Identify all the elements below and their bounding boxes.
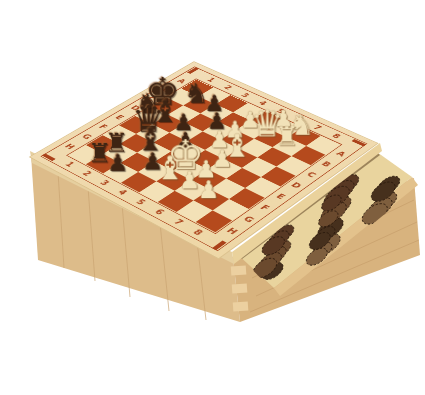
piece-white-rook[interactable]: ♜ bbox=[275, 123, 298, 149]
chess-box-photo: 12345678 12345678 ABCDEFGH ABCDEFGH ♟♞♞♟… bbox=[0, 0, 425, 395]
finger-joints bbox=[231, 265, 249, 311]
piece-white-pawn[interactable]: ♟ bbox=[198, 178, 220, 202]
piece-black-pawn[interactable]: ♟ bbox=[107, 151, 128, 175]
